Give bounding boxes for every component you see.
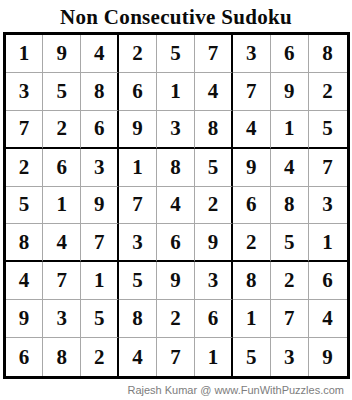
cell-r3c1: 7 xyxy=(6,111,44,149)
cell-r3c3: 6 xyxy=(81,111,119,149)
cell-r7c8: 2 xyxy=(271,262,309,300)
cell-r5c3: 9 xyxy=(81,187,119,225)
cell-r4c7: 9 xyxy=(233,149,271,187)
cell-r9c5: 7 xyxy=(157,338,195,376)
cell-r6c4: 3 xyxy=(119,224,157,262)
cell-r6c9: 1 xyxy=(309,224,347,262)
cell-r3c2: 2 xyxy=(43,111,81,149)
cell-r4c8: 4 xyxy=(271,149,309,187)
cell-r9c3: 2 xyxy=(81,338,119,376)
cell-r9c4: 4 xyxy=(119,338,157,376)
cell-r7c4: 5 xyxy=(119,262,157,300)
cell-r5c8: 8 xyxy=(271,187,309,225)
cell-r3c4: 9 xyxy=(119,111,157,149)
cell-r2c9: 2 xyxy=(309,73,347,111)
cell-r1c1: 1 xyxy=(6,35,44,73)
cell-r6c1: 8 xyxy=(6,224,44,262)
cell-r7c2: 7 xyxy=(43,262,81,300)
cell-r6c2: 4 xyxy=(43,224,81,262)
cell-r6c7: 2 xyxy=(233,224,271,262)
cell-r3c8: 1 xyxy=(271,111,309,149)
cell-r2c6: 4 xyxy=(195,73,233,111)
cell-r1c7: 3 xyxy=(233,35,271,73)
cell-r8c2: 3 xyxy=(43,300,81,338)
cell-r2c8: 9 xyxy=(271,73,309,111)
cell-r8c4: 8 xyxy=(119,300,157,338)
sudoku-board: 1942573683586147927269384152631859475197… xyxy=(3,32,350,379)
cell-r8c7: 1 xyxy=(233,300,271,338)
cell-r1c6: 7 xyxy=(195,35,233,73)
cell-r1c2: 9 xyxy=(43,35,81,73)
cell-r8c1: 9 xyxy=(6,300,44,338)
cell-r3c7: 4 xyxy=(233,111,271,149)
cell-r2c7: 7 xyxy=(233,73,271,111)
cell-r4c9: 7 xyxy=(309,149,347,187)
cell-r8c6: 6 xyxy=(195,300,233,338)
cell-r6c5: 6 xyxy=(157,224,195,262)
cell-r6c3: 7 xyxy=(81,224,119,262)
cell-r6c8: 5 xyxy=(271,224,309,262)
cell-r2c5: 1 xyxy=(157,73,195,111)
cell-r9c2: 8 xyxy=(43,338,81,376)
cell-r4c4: 1 xyxy=(119,149,157,187)
cell-r2c3: 8 xyxy=(81,73,119,111)
cell-r4c2: 6 xyxy=(43,149,81,187)
cell-r2c4: 6 xyxy=(119,73,157,111)
cell-r1c3: 4 xyxy=(81,35,119,73)
cell-r1c9: 8 xyxy=(309,35,347,73)
cell-r7c1: 4 xyxy=(6,262,44,300)
cell-r7c9: 6 xyxy=(309,262,347,300)
cell-r3c5: 3 xyxy=(157,111,195,149)
cell-r8c8: 7 xyxy=(271,300,309,338)
cell-r1c5: 5 xyxy=(157,35,195,73)
cell-r7c7: 8 xyxy=(233,262,271,300)
cell-r7c5: 9 xyxy=(157,262,195,300)
puzzle-title: Non Consecutive Sudoku xyxy=(0,0,352,32)
cell-r5c1: 5 xyxy=(6,187,44,225)
cell-r9c1: 6 xyxy=(6,338,44,376)
cell-r4c3: 3 xyxy=(81,149,119,187)
cell-r1c8: 6 xyxy=(271,35,309,73)
cell-r5c2: 1 xyxy=(43,187,81,225)
cell-r5c6: 2 xyxy=(195,187,233,225)
cell-r4c6: 5 xyxy=(195,149,233,187)
cell-r7c6: 3 xyxy=(195,262,233,300)
cell-r7c3: 1 xyxy=(81,262,119,300)
credit-line: Rajesh Kumar @ www.FunWithPuzzles.com xyxy=(0,379,352,400)
cell-r9c7: 5 xyxy=(233,338,271,376)
cell-r3c6: 8 xyxy=(195,111,233,149)
cell-r8c3: 5 xyxy=(81,300,119,338)
cell-r1c4: 2 xyxy=(119,35,157,73)
cell-r5c5: 4 xyxy=(157,187,195,225)
cell-r5c4: 7 xyxy=(119,187,157,225)
puzzle-page: Non Consecutive Sudoku 19425736835861479… xyxy=(0,0,352,400)
cell-r2c1: 3 xyxy=(6,73,44,111)
cell-r4c5: 8 xyxy=(157,149,195,187)
cell-r9c8: 3 xyxy=(271,338,309,376)
cell-r8c5: 2 xyxy=(157,300,195,338)
cell-r8c9: 4 xyxy=(309,300,347,338)
cell-r6c6: 9 xyxy=(195,224,233,262)
cell-r2c2: 5 xyxy=(43,73,81,111)
cell-r9c6: 1 xyxy=(195,338,233,376)
cell-r3c9: 5 xyxy=(309,111,347,149)
cell-r9c9: 9 xyxy=(309,338,347,376)
cell-r5c9: 3 xyxy=(309,187,347,225)
cell-r5c7: 6 xyxy=(233,187,271,225)
cell-r4c1: 2 xyxy=(6,149,44,187)
